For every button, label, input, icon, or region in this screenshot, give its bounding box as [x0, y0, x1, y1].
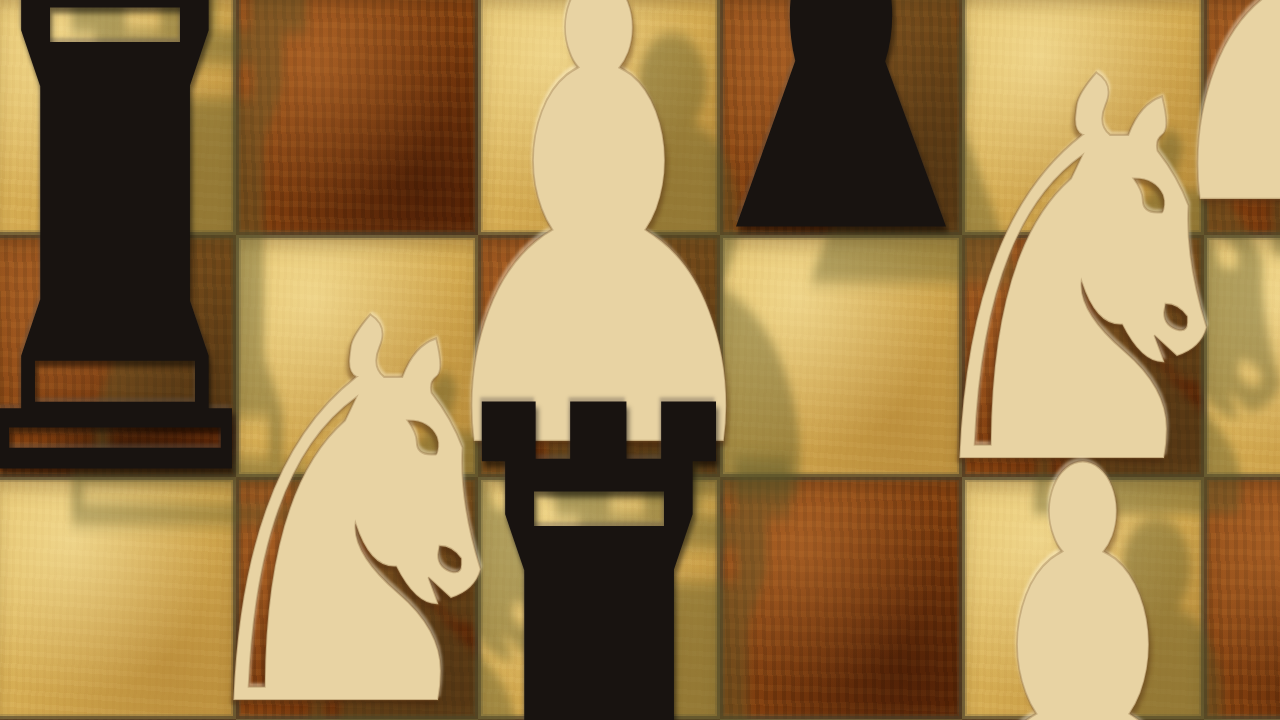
- piece-layer: ♝♟♜♟♞♞♜♟: [0, 0, 1280, 720]
- white-pawn-e4[interactable]: ♟: [859, 501, 1280, 720]
- chess-board-screenshot: ♝♟♜♟♞♞♜♟ ♝♟♜♟♞♞♜♟: [0, 0, 1280, 720]
- black-rook-c4[interactable]: ♜: [366, 510, 832, 720]
